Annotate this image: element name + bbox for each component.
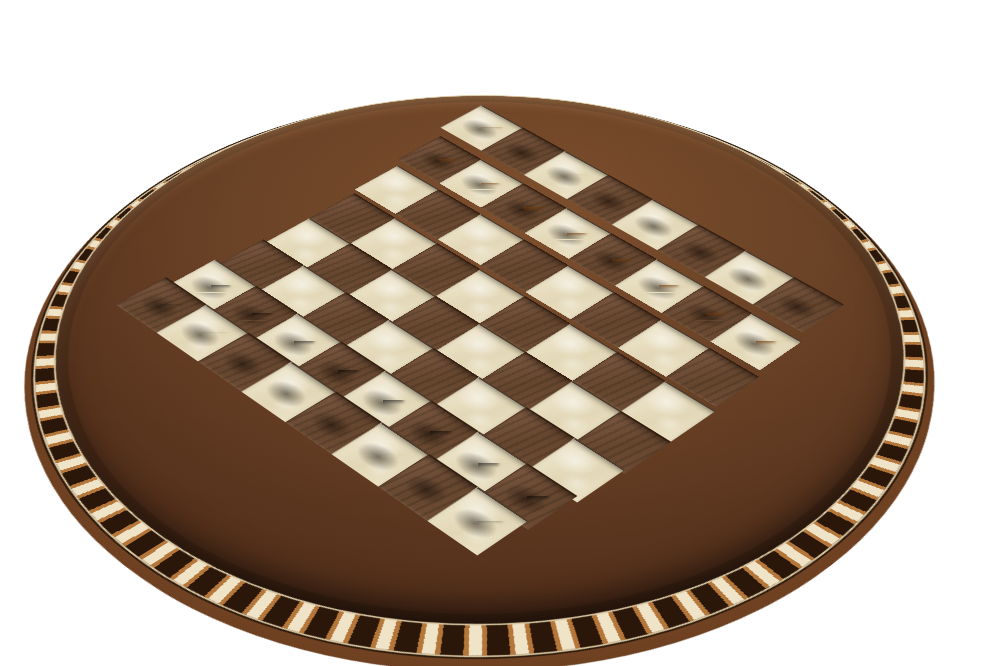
white-pawn-glyph: ♟ xyxy=(632,236,683,293)
white-pawn-glyph: ♟ xyxy=(456,136,505,190)
white-pawn-glyph: ♟ xyxy=(586,210,637,267)
black-rook-glyph: ♜ xyxy=(439,447,513,530)
white-pawn-glyph: ♟ xyxy=(680,263,732,321)
white-pawn-glyph: ♟ xyxy=(542,184,592,240)
chess-set-scene: ♜♞♝♚♛♝♞♜♟♟♟♟♟♟♟♟♟♟♟♟♟♟♟♟♜♞♝♚♛♝♞♜ xyxy=(0,0,1000,666)
white-pawn-glyph: ♟ xyxy=(729,290,782,349)
square-a8[interactable]: ♜ xyxy=(427,487,528,556)
board-plane: ♜♞♝♚♛♝♞♜♟♟♟♟♟♟♟♟♟♟♟♟♟♟♟♟♜♞♝♚♛♝♞♜ xyxy=(0,16,1000,666)
white-pawn-glyph: ♟ xyxy=(498,160,547,215)
